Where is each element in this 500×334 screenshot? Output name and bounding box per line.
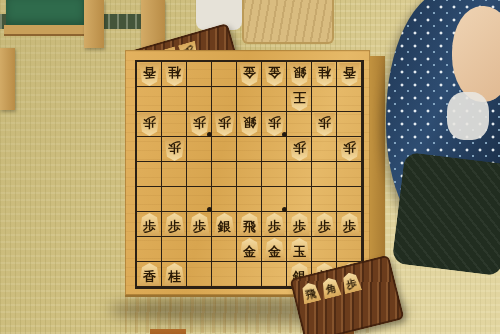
table-leg [0,48,15,110]
square-8-2 [162,87,187,112]
sente-pawn-piece: 歩 [339,213,360,236]
square-3-4: 歩 [287,137,312,162]
square-1-2 [337,87,362,112]
square-4-5 [262,162,287,187]
recording-table-frame [4,25,86,36]
square-9-9: 香 [137,262,162,287]
scene: 角歩歩 香桂金金銀桂香王歩歩歩銀歩歩歩歩歩歩歩歩銀飛歩歩歩歩金金玉香桂銀桂香 飛… [0,0,500,334]
square-9-6 [137,187,162,212]
sente-knight-piece: 桂 [164,263,185,286]
square-6-2 [212,87,237,112]
sente-gold-piece: 金 [264,238,285,261]
square-1-6 [337,187,362,212]
square-9-7: 歩 [137,212,162,237]
square-1-7: 歩 [337,212,362,237]
hoshi-dot [282,132,287,137]
square-8-1: 桂 [162,62,187,87]
square-2-2 [312,87,337,112]
square-3-8: 玉 [287,237,312,262]
player-arm [452,6,500,102]
square-6-6 [212,187,237,212]
square-6-5 [212,162,237,187]
square-1-4: 歩 [337,137,362,162]
square-3-1: 銀 [287,62,312,87]
square-2-5 [312,162,337,187]
sente-pawn-piece: 歩 [314,213,335,236]
square-5-6 [237,187,262,212]
sente-pawn-piece: 歩 [289,213,310,236]
gote-silver-piece: 銀 [239,113,260,136]
square-6-9 [212,262,237,287]
square-7-5 [187,162,212,187]
square-5-2 [237,87,262,112]
square-6-7: 銀 [212,212,237,237]
gote-pawn-piece: 歩 [139,113,160,136]
hoshi-dot [207,207,212,212]
square-7-1 [187,62,212,87]
hoshi-dot [207,132,212,137]
square-5-5 [237,162,262,187]
shogi-board: 香桂金金銀桂香王歩歩歩銀歩歩歩歩歩歩歩歩銀飛歩歩歩歩金金玉香桂銀桂香 [125,50,370,295]
gote-pawn-piece: 歩 [289,138,310,161]
sente-rook-piece: 飛 [239,213,260,236]
square-9-5 [137,162,162,187]
square-5-8: 金 [237,237,262,262]
square-2-1: 桂 [312,62,337,87]
square-7-7: 歩 [187,212,212,237]
square-6-8 [212,237,237,262]
sente-captured-pieces: 飛角歩 [299,271,362,305]
wooden-stool [242,0,334,44]
gote-knight-piece: 桂 [314,63,335,86]
gote-pawn-piece: 歩 [164,138,185,161]
gote-knight-piece: 桂 [164,63,185,86]
square-8-7: 歩 [162,212,187,237]
square-5-3: 銀 [237,112,262,137]
gote-silver-piece: 銀 [289,63,310,86]
sente-lance-piece: 香 [139,263,160,286]
square-1-8 [337,237,362,262]
sente-hand-piece: 飛 [299,281,321,305]
square-8-4: 歩 [162,137,187,162]
square-3-2: 王 [287,87,312,112]
board-leg [150,329,186,334]
square-8-9: 桂 [162,262,187,287]
square-3-7: 歩 [287,212,312,237]
square-9-4 [137,137,162,162]
square-4-7: 歩 [262,212,287,237]
square-2-3: 歩 [312,112,337,137]
square-2-6 [312,187,337,212]
gote-pawn-piece: 歩 [314,113,335,136]
gote-pawn-piece: 歩 [214,113,235,136]
square-7-9 [187,262,212,287]
square-4-2 [262,87,287,112]
square-8-5 [162,162,187,187]
square-4-1: 金 [262,62,287,87]
hoshi-dot [282,207,287,212]
board-grid: 香桂金金銀桂香王歩歩歩銀歩歩歩歩歩歩歩歩銀飛歩歩歩歩金金玉香桂銀桂香 [135,60,364,289]
square-5-9 [237,262,262,287]
square-1-5 [337,162,362,187]
square-4-8: 金 [262,237,287,262]
floor-cushion [392,152,500,277]
table-leg [84,0,104,48]
square-1-1: 香 [337,62,362,87]
square-1-3 [337,112,362,137]
square-8-8 [162,237,187,262]
sente-king-piece: 玉 [289,238,310,261]
square-2-8 [312,237,337,262]
square-6-3: 歩 [212,112,237,137]
square-9-3: 歩 [137,112,162,137]
square-7-2 [187,87,212,112]
square-6-1 [212,62,237,87]
gote-pawn-piece: 歩 [339,138,360,161]
recording-table-green-felt [6,0,84,26]
square-5-1: 金 [237,62,262,87]
square-9-8 [137,237,162,262]
square-9-2 [137,87,162,112]
sente-pawn-piece: 歩 [139,213,160,236]
sente-hand-piece: 角 [320,276,342,300]
gote-lance-piece: 香 [139,63,160,86]
square-8-3 [162,112,187,137]
square-3-5 [287,162,312,187]
gote-gold-piece: 金 [264,63,285,86]
gote-gold-piece: 金 [239,63,260,86]
square-8-6 [162,187,187,212]
square-7-8 [187,237,212,262]
sente-pawn-piece: 歩 [189,213,210,236]
square-5-4 [237,137,262,162]
sente-silver-piece: 銀 [214,213,235,236]
sente-pawn-piece: 歩 [264,213,285,236]
sente-gold-piece: 金 [239,238,260,261]
square-3-3 [287,112,312,137]
square-5-7: 飛 [237,212,262,237]
square-2-4 [312,137,337,162]
sente-pawn-piece: 歩 [164,213,185,236]
square-7-4 [187,137,212,162]
square-9-1: 香 [137,62,162,87]
square-3-6 [287,187,312,212]
square-6-4 [212,137,237,162]
gote-lance-piece: 香 [339,63,360,86]
square-2-7: 歩 [312,212,337,237]
sente-hand-piece: 歩 [340,271,362,295]
gote-king-piece: 王 [289,88,310,111]
square-4-9 [262,262,287,287]
square-4-4 [262,137,287,162]
white-cloth [447,92,489,140]
